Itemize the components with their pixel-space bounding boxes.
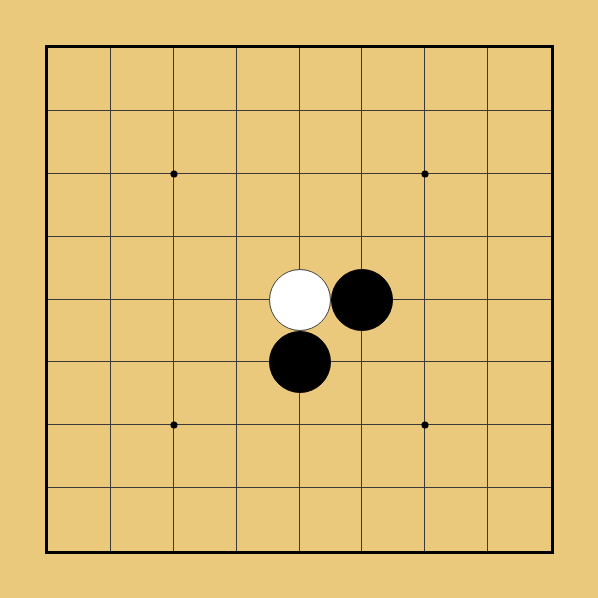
board-cell	[488, 174, 551, 237]
star-point	[170, 422, 177, 429]
board-cell	[488, 48, 551, 111]
board-cell	[425, 425, 488, 488]
board-cell	[300, 48, 363, 111]
board-cell	[237, 174, 300, 237]
board-cell	[488, 300, 551, 363]
goban-background	[0, 0, 598, 598]
board-cell	[111, 488, 174, 551]
board-cell	[48, 111, 111, 174]
board-cell	[300, 425, 363, 488]
board-cell	[48, 488, 111, 551]
board-cell	[111, 300, 174, 363]
board-cell	[425, 111, 488, 174]
board-cell	[362, 111, 425, 174]
board-cell	[174, 237, 237, 300]
board-cell	[48, 425, 111, 488]
board-cell	[174, 111, 237, 174]
board-cell	[362, 174, 425, 237]
board-cell	[174, 488, 237, 551]
go-board[interactable]	[45, 45, 554, 554]
board-cell	[425, 237, 488, 300]
board-cell	[300, 488, 363, 551]
board-cell	[362, 425, 425, 488]
board-cell	[48, 362, 111, 425]
board-cell	[48, 300, 111, 363]
board-cell	[425, 300, 488, 363]
white-stone-E5[interactable]	[269, 269, 331, 331]
board-cell	[488, 237, 551, 300]
board-cell	[237, 111, 300, 174]
board-cell	[174, 48, 237, 111]
board-cell	[111, 174, 174, 237]
board-cell	[48, 237, 111, 300]
board-cell	[425, 48, 488, 111]
board-cell	[111, 362, 174, 425]
board-cell	[237, 488, 300, 551]
board-cell	[237, 48, 300, 111]
board-cell	[48, 48, 111, 111]
board-cell	[111, 425, 174, 488]
star-point	[422, 422, 429, 429]
board-cell	[111, 111, 174, 174]
board-cell	[488, 111, 551, 174]
board-cell	[111, 48, 174, 111]
star-point	[170, 170, 177, 177]
board-cell	[362, 48, 425, 111]
black-stone-F5[interactable]	[331, 269, 393, 331]
board-cell	[488, 425, 551, 488]
board-cell	[362, 362, 425, 425]
board-cell	[48, 174, 111, 237]
board-cell	[174, 174, 237, 237]
star-point	[422, 170, 429, 177]
board-cell	[488, 362, 551, 425]
board-cell	[111, 237, 174, 300]
board-cell	[488, 488, 551, 551]
board-cell	[300, 174, 363, 237]
board-cell	[174, 362, 237, 425]
board-cell	[174, 425, 237, 488]
board-cell	[300, 111, 363, 174]
board-cell	[425, 174, 488, 237]
black-stone-E4[interactable]	[269, 331, 331, 393]
board-cell	[237, 425, 300, 488]
board-cell	[425, 362, 488, 425]
board-cell	[362, 488, 425, 551]
board-cell	[174, 300, 237, 363]
board-cell	[425, 488, 488, 551]
